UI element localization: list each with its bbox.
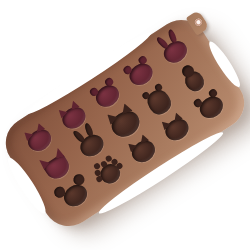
hang-hole — [194, 17, 204, 27]
cavity-mouse — [58, 179, 92, 212]
cavity-cat — [126, 135, 160, 168]
mold-body — [0, 10, 250, 236]
cavity-cat — [160, 113, 194, 146]
mouse-face — [60, 181, 91, 211]
photo-background — [0, 0, 250, 250]
hang-tab — [186, 10, 210, 36]
rabbit-ear-r — [167, 28, 178, 43]
cavity-bear — [194, 91, 228, 124]
rabbit-ear-l — [71, 129, 85, 143]
rabbit-ear-l — [155, 35, 169, 49]
rabbit-ear-r — [83, 122, 94, 137]
cavity-lion — [92, 157, 126, 190]
